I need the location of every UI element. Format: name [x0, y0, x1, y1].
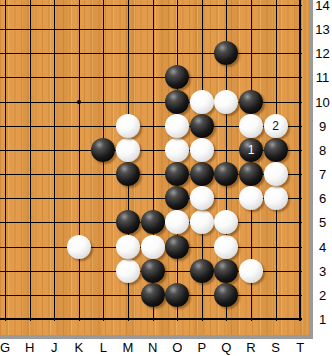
col-label-S: S [271, 340, 280, 355]
stone-black-N2 [141, 283, 165, 307]
stone-white-P6 [190, 186, 214, 210]
stone-white-S7 [264, 162, 288, 186]
row-label-4: 4 [313, 239, 332, 254]
stone-black-O2 [165, 283, 189, 307]
stone-black-Q2 [214, 283, 238, 307]
col-label-N: N [148, 340, 157, 355]
row-label-14: 14 [313, 0, 332, 13]
row-label-2: 2 [313, 287, 332, 302]
stone-black-O10 [165, 90, 189, 114]
col-label-Q: Q [221, 340, 231, 355]
stone-white-R6 [239, 186, 263, 210]
stone-black-N3 [141, 259, 165, 283]
row-label-9: 9 [313, 118, 332, 133]
stone-black-P3 [190, 259, 214, 283]
stone-black-P7 [190, 162, 214, 186]
goban-grid[interactable]: 121413121110987654321GHJKLMNOPQRST [0, 0, 332, 356]
col-label-G: G [0, 340, 10, 355]
grid-vline-G [5, 0, 6, 321]
stone-white-O8 [165, 138, 189, 162]
row-label-11: 11 [313, 70, 332, 85]
row-label-7: 7 [313, 167, 332, 182]
row-label-10: 10 [313, 94, 332, 109]
stone-black-N5 [141, 210, 165, 234]
stone-black-M7 [116, 162, 140, 186]
stone-white-Q5 [214, 210, 238, 234]
col-label-L: L [100, 340, 107, 355]
grid-vline-H [30, 0, 31, 321]
stone-white-O9 [165, 114, 189, 138]
col-label-P: P [197, 340, 206, 355]
move-number-label: 2 [272, 120, 279, 132]
stone-white-M3 [116, 259, 140, 283]
stone-black-Q12 [214, 41, 238, 65]
stone-white-K4 [67, 235, 91, 259]
stone-black-R10 [239, 90, 263, 114]
stone-black-R7 [239, 162, 263, 186]
row-label-5: 5 [313, 215, 332, 230]
stone-white-R3 [239, 259, 263, 283]
stone-white-P5 [190, 210, 214, 234]
stone-white-N4 [141, 235, 165, 259]
stone-black-O6 [165, 186, 189, 210]
row-label-6: 6 [313, 191, 332, 206]
stone-black-O7 [165, 162, 189, 186]
col-label-M: M [123, 340, 134, 355]
row-label-3: 3 [313, 263, 332, 278]
move-number-label: 1 [248, 144, 255, 156]
stone-black-R8: 1 [239, 138, 263, 162]
stone-black-O4 [165, 235, 189, 259]
col-label-H: H [25, 340, 34, 355]
stone-white-P8 [190, 138, 214, 162]
stone-black-O11 [165, 65, 189, 89]
col-label-T: T [296, 340, 304, 355]
stone-white-M4 [116, 235, 140, 259]
stone-black-M5 [116, 210, 140, 234]
col-label-R: R [246, 340, 255, 355]
row-label-8: 8 [313, 142, 332, 157]
grid-hline-11 [0, 77, 302, 78]
grid-vline-K [79, 0, 80, 321]
go-board-screenshot: 121413121110987654321GHJKLMNOPQRST [0, 0, 332, 356]
grid-hline-12 [0, 53, 302, 54]
stone-white-Q4 [214, 235, 238, 259]
stone-white-Q10 [214, 90, 238, 114]
stone-black-L8 [91, 138, 115, 162]
col-label-O: O [172, 340, 182, 355]
stone-white-S9: 2 [264, 114, 288, 138]
grid-vline-J [54, 0, 55, 321]
stone-white-M9 [116, 114, 140, 138]
grid-hline-14 [0, 5, 302, 6]
grid-hline-1 [0, 318, 302, 320]
col-label-K: K [74, 340, 83, 355]
row-label-12: 12 [313, 46, 332, 61]
stone-black-S8 [264, 138, 288, 162]
row-label-13: 13 [313, 22, 332, 37]
col-label-J: J [51, 340, 58, 355]
stone-black-Q7 [214, 162, 238, 186]
grid-hline-13 [0, 29, 302, 30]
star-point-K10 [77, 100, 81, 104]
stone-white-M8 [116, 138, 140, 162]
row-label-1: 1 [313, 311, 332, 326]
stone-black-Q3 [214, 259, 238, 283]
stone-white-R9 [239, 114, 263, 138]
grid-vline-T [299, 0, 301, 321]
stone-white-P10 [190, 90, 214, 114]
stone-black-P9 [190, 114, 214, 138]
stone-white-O5 [165, 210, 189, 234]
stone-white-S6 [264, 186, 288, 210]
